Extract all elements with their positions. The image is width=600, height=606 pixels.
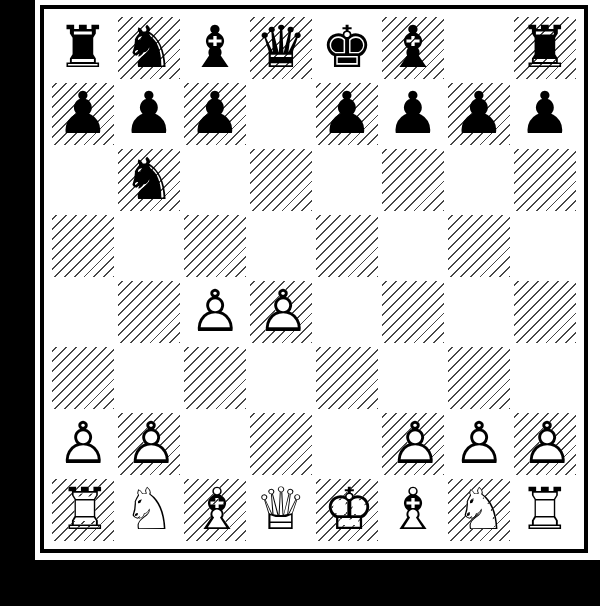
square-h3[interactable] — [512, 345, 578, 411]
square-h5[interactable] — [512, 213, 578, 279]
white-pawn: ♟♙ — [514, 411, 576, 477]
square-h8[interactable]: ♜ — [512, 15, 578, 81]
square-c6[interactable] — [182, 147, 248, 213]
square-c8[interactable]: ♝ — [182, 15, 248, 81]
square-g4[interactable] — [446, 279, 512, 345]
square-e6[interactable] — [314, 147, 380, 213]
square-f7[interactable]: ♟ — [380, 81, 446, 147]
square-e5[interactable] — [314, 213, 380, 279]
white-bishop: ♝♗ — [184, 477, 246, 543]
square-d5[interactable] — [248, 213, 314, 279]
white-piece-outline: ♕ — [248, 477, 314, 543]
square-e4[interactable] — [314, 279, 380, 345]
square-e8[interactable]: ♚ — [314, 15, 380, 81]
square-f1[interactable]: ♝♗ — [380, 477, 446, 543]
square-a1[interactable]: ♜♖ — [50, 477, 116, 543]
square-d7[interactable] — [248, 81, 314, 147]
square-e7[interactable]: ♟ — [314, 81, 380, 147]
black-pawn: ♟ — [184, 81, 246, 147]
square-h6[interactable] — [512, 147, 578, 213]
square-f2[interactable]: ♟♙ — [380, 411, 446, 477]
square-f8[interactable]: ♝ — [380, 15, 446, 81]
white-rook: ♜♖ — [52, 477, 114, 543]
square-g3[interactable] — [446, 345, 512, 411]
white-pawn: ♟♙ — [446, 411, 512, 477]
square-c3[interactable] — [182, 345, 248, 411]
square-a2[interactable]: ♟♙ — [50, 411, 116, 477]
white-rook: ♜♖ — [512, 477, 578, 543]
white-piece-outline: ♙ — [446, 411, 512, 477]
square-d4[interactable]: ♟♙ — [248, 279, 314, 345]
white-piece-outline: ♙ — [50, 411, 116, 477]
black-knight: ♞ — [118, 15, 180, 81]
white-piece-outline: ♙ — [514, 411, 580, 477]
black-pawn: ♟ — [116, 81, 182, 147]
white-queen: ♛♕ — [248, 477, 314, 543]
square-e3[interactable] — [314, 345, 380, 411]
square-c7[interactable]: ♟ — [182, 81, 248, 147]
white-piece-outline: ♙ — [118, 411, 184, 477]
square-b2[interactable]: ♟♙ — [116, 411, 182, 477]
square-f3[interactable] — [380, 345, 446, 411]
square-g6[interactable] — [446, 147, 512, 213]
black-pawn: ♟ — [512, 81, 578, 147]
square-g1[interactable]: ♞♘ — [446, 477, 512, 543]
square-h7[interactable]: ♟ — [512, 81, 578, 147]
square-e1[interactable]: ♚♔ — [314, 477, 380, 543]
white-piece-outline: ♘ — [116, 477, 182, 543]
white-piece-outline: ♘ — [448, 477, 514, 543]
chess-board: ♜♞♝♛♚♝♜♟♟♟♟♟♟♟♞♟♙♟♙♟♙♟♙♟♙♟♙♟♙♜♖♞♘♝♗♛♕♚♔♝… — [40, 5, 588, 553]
square-h4[interactable] — [512, 279, 578, 345]
white-knight: ♞♘ — [116, 477, 182, 543]
white-pawn: ♟♙ — [250, 279, 312, 345]
black-bishop: ♝ — [182, 15, 248, 81]
black-king: ♚ — [314, 15, 380, 81]
square-f4[interactable] — [380, 279, 446, 345]
square-g8[interactable] — [446, 15, 512, 81]
black-bishop: ♝ — [382, 15, 444, 81]
square-b5[interactable] — [116, 213, 182, 279]
square-c4[interactable]: ♟♙ — [182, 279, 248, 345]
square-h1[interactable]: ♜♖ — [512, 477, 578, 543]
black-pawn: ♟ — [448, 81, 510, 147]
square-c2[interactable] — [182, 411, 248, 477]
white-piece-outline: ♗ — [184, 477, 250, 543]
square-b6[interactable]: ♞ — [116, 147, 182, 213]
white-knight: ♞♘ — [448, 477, 510, 543]
white-piece-outline: ♙ — [250, 279, 316, 345]
square-b3[interactable] — [116, 345, 182, 411]
black-knight: ♞ — [118, 147, 180, 213]
white-piece-outline: ♙ — [182, 279, 248, 345]
white-piece-outline: ♙ — [382, 411, 448, 477]
square-d3[interactable] — [248, 345, 314, 411]
black-rook: ♜ — [50, 15, 116, 81]
black-pawn: ♟ — [52, 81, 114, 147]
white-pawn: ♟♙ — [382, 411, 444, 477]
square-d8[interactable]: ♛ — [248, 15, 314, 81]
white-pawn: ♟♙ — [182, 279, 248, 345]
square-g2[interactable]: ♟♙ — [446, 411, 512, 477]
page-background: ♜♞♝♛♚♝♜♟♟♟♟♟♟♟♞♟♙♟♙♟♙♟♙♟♙♟♙♟♙♜♖♞♘♝♗♛♕♚♔♝… — [0, 0, 600, 606]
square-a7[interactable]: ♟ — [50, 81, 116, 147]
white-bishop: ♝♗ — [380, 477, 446, 543]
square-a3[interactable] — [50, 345, 116, 411]
white-piece-outline: ♖ — [52, 477, 118, 543]
black-pawn: ♟ — [380, 81, 446, 147]
square-g5[interactable] — [446, 213, 512, 279]
white-pawn: ♟♙ — [50, 411, 116, 477]
square-a8[interactable]: ♜ — [50, 15, 116, 81]
white-piece-outline: ♗ — [380, 477, 446, 543]
black-pawn: ♟ — [316, 81, 378, 147]
square-b8[interactable]: ♞ — [116, 15, 182, 81]
square-b1[interactable]: ♞♘ — [116, 477, 182, 543]
square-a6[interactable] — [50, 147, 116, 213]
square-d2[interactable] — [248, 411, 314, 477]
square-f5[interactable] — [380, 213, 446, 279]
square-f6[interactable] — [380, 147, 446, 213]
square-e2[interactable] — [314, 411, 380, 477]
square-a4[interactable] — [50, 279, 116, 345]
white-king: ♚♔ — [316, 477, 378, 543]
square-d6[interactable] — [248, 147, 314, 213]
square-b7[interactable]: ♟ — [116, 81, 182, 147]
square-c5[interactable] — [182, 213, 248, 279]
square-h2[interactable]: ♟♙ — [512, 411, 578, 477]
square-d1[interactable]: ♛♕ — [248, 477, 314, 543]
black-queen: ♛ — [250, 15, 312, 81]
square-a5[interactable] — [50, 213, 116, 279]
white-piece-outline: ♔ — [316, 477, 382, 543]
white-pawn: ♟♙ — [118, 411, 180, 477]
black-rook: ♜ — [514, 15, 576, 81]
square-g7[interactable]: ♟ — [446, 81, 512, 147]
white-piece-outline: ♖ — [512, 477, 578, 543]
square-c1[interactable]: ♝♗ — [182, 477, 248, 543]
square-b4[interactable] — [116, 279, 182, 345]
